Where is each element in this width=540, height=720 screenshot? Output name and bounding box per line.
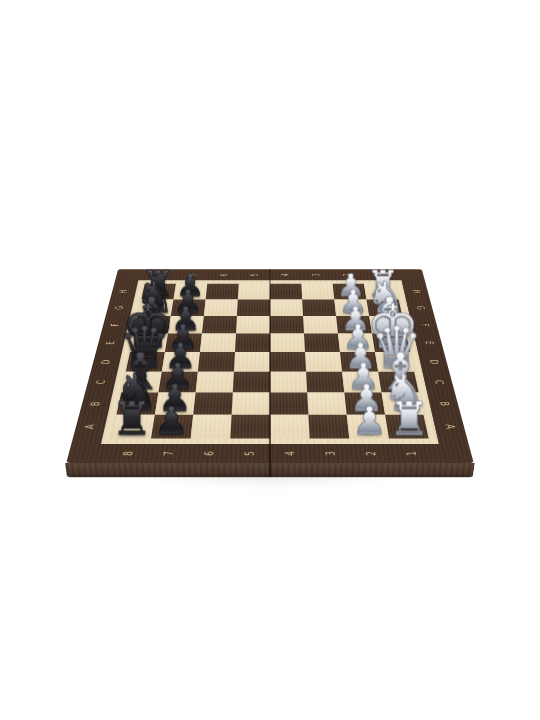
square-f4 (270, 316, 304, 333)
file-label-right-b: B (438, 401, 450, 405)
rank-label-far-7: 7 (188, 273, 197, 276)
square-c6 (196, 372, 234, 393)
piece-base-shadow (374, 327, 404, 333)
square-g8: ♞ (138, 299, 174, 316)
file-label-left-g: G (115, 306, 125, 310)
rank-label-far-1: 1 (373, 273, 382, 276)
rank-label-near-5: 5 (244, 451, 256, 456)
rank-label-near-2: 2 (365, 451, 377, 456)
square-g1: ♞ (367, 299, 403, 316)
file-label-left-a: A (84, 424, 96, 429)
product-photo: ♜♟♟♜♞♟♟♞♝♟♟♝♚♟♟♚♛♟♟♛♝♟♟♝♞♟♟♞♜♟♟♜ HHGGFFE… (0, 0, 540, 720)
rank-label-far-6: 6 (219, 273, 228, 276)
square-f7: ♟ (168, 316, 204, 333)
file-label-left-c: C (96, 380, 107, 384)
rank-label-near-6: 6 (203, 451, 215, 456)
square-b7: ♟ (155, 393, 196, 415)
square-c3 (306, 372, 344, 393)
square-f1: ♝ (369, 316, 406, 333)
piece-base-shadow (349, 406, 382, 414)
file-label-right-h: H (411, 290, 421, 293)
square-d4 (270, 352, 306, 372)
square-c4 (270, 372, 307, 393)
file-label-right-f: F (419, 323, 429, 326)
rank-label-far-8: 8 (157, 273, 166, 276)
square-d1: ♛ (375, 352, 414, 372)
piece-white-pawn: ♟ (322, 324, 392, 352)
piece-base-shadow (168, 345, 198, 351)
piece-base-shadow (158, 406, 191, 414)
piece-base-shadow (133, 345, 163, 351)
piece-base-shadow (171, 327, 200, 333)
square-d3 (305, 352, 342, 372)
piece-base-shadow (344, 364, 375, 371)
rank-label-near-3: 3 (325, 451, 337, 456)
square-g6 (204, 299, 238, 316)
file-label-right-g: G (415, 306, 425, 310)
square-c2: ♟ (342, 372, 381, 393)
square-c1: ♝ (378, 372, 419, 393)
square-f3 (303, 316, 338, 333)
rank-label-far-5: 5 (250, 273, 259, 276)
rank-label-near-8: 8 (122, 451, 134, 456)
piece-base-shadow (176, 294, 204, 299)
square-f5 (236, 316, 270, 333)
chess-board: ♜♟♟♜♞♟♟♞♝♟♟♝♚♟♟♚♛♟♟♛♝♟♟♝♞♟♟♞♜♟♟♜ HHGGFFE… (66, 269, 473, 463)
piece-base-shadow (340, 327, 369, 333)
square-c7: ♟ (158, 372, 197, 393)
square-f8: ♝ (134, 316, 171, 333)
piece-base-shadow (162, 385, 194, 392)
square-d6 (198, 352, 235, 372)
file-label-left-e: E (106, 341, 117, 344)
piece-base-shadow (129, 364, 160, 371)
file-label-right-a: A (443, 424, 455, 429)
rank-label-far-4: 4 (281, 273, 290, 276)
piece-base-shadow (154, 429, 188, 437)
rank-label-far-2: 2 (343, 273, 352, 276)
file-label-left-h: H (119, 290, 129, 293)
file-label-left-d: D (101, 360, 112, 364)
file-label-left-b: B (90, 401, 102, 405)
square-b5 (232, 393, 270, 415)
square-b6 (193, 393, 233, 415)
square-d8: ♛ (126, 352, 165, 372)
piece-base-shadow (115, 429, 150, 437)
square-d2: ♟ (340, 352, 378, 372)
fold-seam-side (269, 463, 271, 477)
piece-base-shadow (383, 385, 415, 392)
piece-base-shadow (342, 345, 372, 351)
piece-base-shadow (391, 429, 426, 437)
piece-base-shadow (387, 406, 421, 414)
square-f2: ♟ (336, 316, 372, 333)
piece-base-shadow (346, 385, 378, 392)
square-c8: ♝ (121, 372, 162, 393)
piece-base-shadow (377, 345, 407, 351)
rank-label-far-3: 3 (312, 273, 321, 276)
square-g7: ♟ (171, 299, 206, 316)
piece-base-shadow (351, 429, 385, 437)
rank-label-near-7: 7 (163, 451, 175, 456)
piece-base-shadow (137, 327, 167, 333)
rank-label-near-1: 1 (405, 451, 417, 456)
square-b4 (270, 393, 308, 415)
board-side-face (65, 463, 475, 477)
square-g4 (270, 299, 303, 316)
scene-3d: ♜♟♟♜♞♟♟♞♝♟♟♝♚♟♟♚♛♟♟♛♝♟♟♝♞♟♟♞♜♟♟♜ HHGGFFE… (0, 0, 540, 720)
square-g5 (237, 299, 270, 316)
square-f6 (202, 316, 237, 333)
file-label-right-d: D (428, 360, 439, 364)
square-b2: ♟ (344, 393, 385, 415)
piece-base-shadow (380, 364, 411, 371)
square-g3 (302, 299, 336, 316)
piece-black-pawn: ♟ (148, 324, 218, 352)
rank-label-near-4: 4 (284, 451, 296, 456)
square-d7: ♟ (162, 352, 200, 372)
square-c5 (233, 372, 270, 393)
piece-base-shadow (368, 294, 396, 299)
file-label-right-c: C (433, 380, 444, 384)
square-b3 (307, 393, 347, 415)
piece-base-shadow (124, 385, 156, 392)
square-d5 (234, 352, 270, 372)
square-g2: ♟ (334, 299, 369, 316)
piece-base-shadow (336, 294, 364, 299)
square-b8: ♞ (116, 393, 158, 415)
piece-base-shadow (144, 294, 172, 299)
file-label-right-e: E (423, 341, 434, 344)
file-label-left-f: F (111, 323, 121, 326)
piece-base-shadow (165, 364, 196, 371)
square-b1: ♞ (382, 393, 424, 415)
piece-base-shadow (120, 406, 154, 414)
